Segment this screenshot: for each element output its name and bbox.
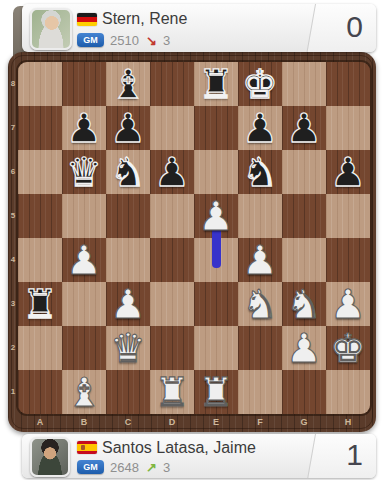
player-card-bottom: Santos Latasa, Jaime GM 2648 ↗ 3 1	[22, 434, 376, 478]
board-squares: ♝♜♚♟♟♟♟♛♞♟♞♟♟♟♟♜♟♞♞♟♛♟♚♝♜♜	[18, 62, 370, 414]
score-wedge	[307, 434, 376, 478]
white-pawn-c3[interactable]: ♟	[106, 282, 150, 326]
white-pawn-g2[interactable]: ♟	[282, 326, 326, 370]
square-c5[interactable]	[106, 194, 150, 238]
file-label-e: E	[194, 415, 238, 431]
square-d4[interactable]	[150, 238, 194, 282]
player-rating-top: 2510	[110, 33, 139, 48]
rank-label-7: 7	[8, 106, 18, 150]
square-f1[interactable]	[238, 370, 282, 414]
square-h1[interactable]	[326, 370, 370, 414]
black-pawn-g7[interactable]: ♟	[282, 106, 326, 150]
file-label-b: B	[62, 415, 106, 431]
square-d5[interactable]	[150, 194, 194, 238]
player-name-top: Stern, Rene	[102, 10, 187, 28]
square-g6[interactable]	[282, 150, 326, 194]
square-h8[interactable]	[326, 62, 370, 106]
player-rating-bottom: 2648	[110, 460, 139, 475]
square-a5[interactable]	[18, 194, 62, 238]
square-f2[interactable]	[238, 326, 282, 370]
square-b3[interactable]	[62, 282, 106, 326]
square-e3[interactable]	[194, 282, 238, 326]
white-pawn-f4[interactable]: ♟	[238, 238, 282, 282]
file-label-f: F	[238, 415, 282, 431]
black-pawn-c7[interactable]: ♟	[106, 106, 150, 150]
square-a8[interactable]	[18, 62, 62, 106]
black-pawn-f7[interactable]: ♟	[238, 106, 282, 150]
square-a1[interactable]	[18, 370, 62, 414]
white-pawn-h3[interactable]: ♟	[326, 282, 370, 326]
file-label-c: C	[106, 415, 150, 431]
rating-up-arrow-icon: ↗	[146, 460, 157, 475]
rating-trend-value-top: 3	[163, 33, 170, 48]
rank-label-3: 3	[8, 282, 18, 326]
player-avatar-bottom	[30, 437, 70, 477]
square-c4[interactable]	[106, 238, 150, 282]
file-label-d: D	[150, 415, 194, 431]
spain-flag-icon	[77, 441, 97, 454]
gm-title-badge-top: GM	[77, 33, 104, 47]
square-b2[interactable]	[62, 326, 106, 370]
square-g5[interactable]	[282, 194, 326, 238]
germany-flag-icon	[77, 13, 97, 26]
file-label-h: H	[326, 415, 370, 431]
black-knight-f6[interactable]: ♞	[238, 150, 282, 194]
rank-label-5: 5	[8, 194, 18, 238]
square-b8[interactable]	[62, 62, 106, 106]
white-bishop-b1[interactable]: ♝	[62, 370, 106, 414]
rank-label-6: 6	[8, 150, 18, 194]
black-knight-c6[interactable]: ♞	[106, 150, 150, 194]
square-a7[interactable]	[18, 106, 62, 150]
black-pawn-d6[interactable]: ♟	[150, 150, 194, 194]
score-wedge	[307, 4, 376, 52]
white-knight-f3[interactable]: ♞	[238, 282, 282, 326]
white-king-h2[interactable]: ♚	[326, 326, 370, 370]
chess-board: 87654321 ABCDEFGH ♝♜♚♟♟♟♟♛♞♟♞♟♟♟♟♜♟♞♞♟♛♟…	[8, 52, 376, 432]
square-h5[interactable]	[326, 194, 370, 238]
black-pawn-h6[interactable]: ♟	[326, 150, 370, 194]
black-rook-a3[interactable]: ♜	[18, 282, 62, 326]
square-d3[interactable]	[150, 282, 194, 326]
black-rook-e8[interactable]: ♜	[194, 62, 238, 106]
white-rook-e1[interactable]: ♜	[194, 370, 238, 414]
square-h4[interactable]	[326, 238, 370, 282]
square-g8[interactable]	[282, 62, 326, 106]
square-d7[interactable]	[150, 106, 194, 150]
rank-label-1: 1	[8, 370, 18, 414]
square-b5[interactable]	[62, 194, 106, 238]
player-card-top: Stern, Rene GM 2510 ↘ 3 0	[22, 4, 376, 52]
black-queen-b6[interactable]: ♛	[62, 150, 106, 194]
white-queen-c2[interactable]: ♛	[106, 326, 150, 370]
rank-label-4: 4	[8, 238, 18, 282]
square-a4[interactable]	[18, 238, 62, 282]
square-d2[interactable]	[150, 326, 194, 370]
square-h7[interactable]	[326, 106, 370, 150]
square-e7[interactable]	[194, 106, 238, 150]
black-pawn-b7[interactable]: ♟	[62, 106, 106, 150]
file-label-a: A	[18, 415, 62, 431]
white-knight-g3[interactable]: ♞	[282, 282, 326, 326]
square-c1[interactable]	[106, 370, 150, 414]
rank-label-8: 8	[8, 62, 18, 106]
player-score-bottom: 1	[346, 438, 363, 472]
square-d8[interactable]	[150, 62, 194, 106]
player-name-bottom: Santos Latasa, Jaime	[102, 439, 256, 457]
rank-label-2: 2	[8, 326, 18, 370]
square-a2[interactable]	[18, 326, 62, 370]
black-king-f8[interactable]: ♚	[238, 62, 282, 106]
gm-title-badge-bottom: GM	[77, 460, 104, 474]
white-pawn-b4[interactable]: ♟	[62, 238, 106, 282]
rating-trend-value-bottom: 3	[163, 460, 170, 475]
player-avatar-top	[30, 8, 72, 50]
white-rook-d1[interactable]: ♜	[150, 370, 194, 414]
square-e6[interactable]	[194, 150, 238, 194]
square-e2[interactable]	[194, 326, 238, 370]
black-bishop-c8[interactable]: ♝	[106, 62, 150, 106]
file-label-g: G	[282, 415, 326, 431]
player-score-top: 0	[346, 10, 363, 44]
square-g1[interactable]	[282, 370, 326, 414]
square-a6[interactable]	[18, 150, 62, 194]
white-pawn-e5[interactable]: ♟	[194, 194, 238, 238]
square-g4[interactable]	[282, 238, 326, 282]
rating-down-arrow-icon: ↘	[146, 33, 157, 48]
square-f5[interactable]	[238, 194, 282, 238]
